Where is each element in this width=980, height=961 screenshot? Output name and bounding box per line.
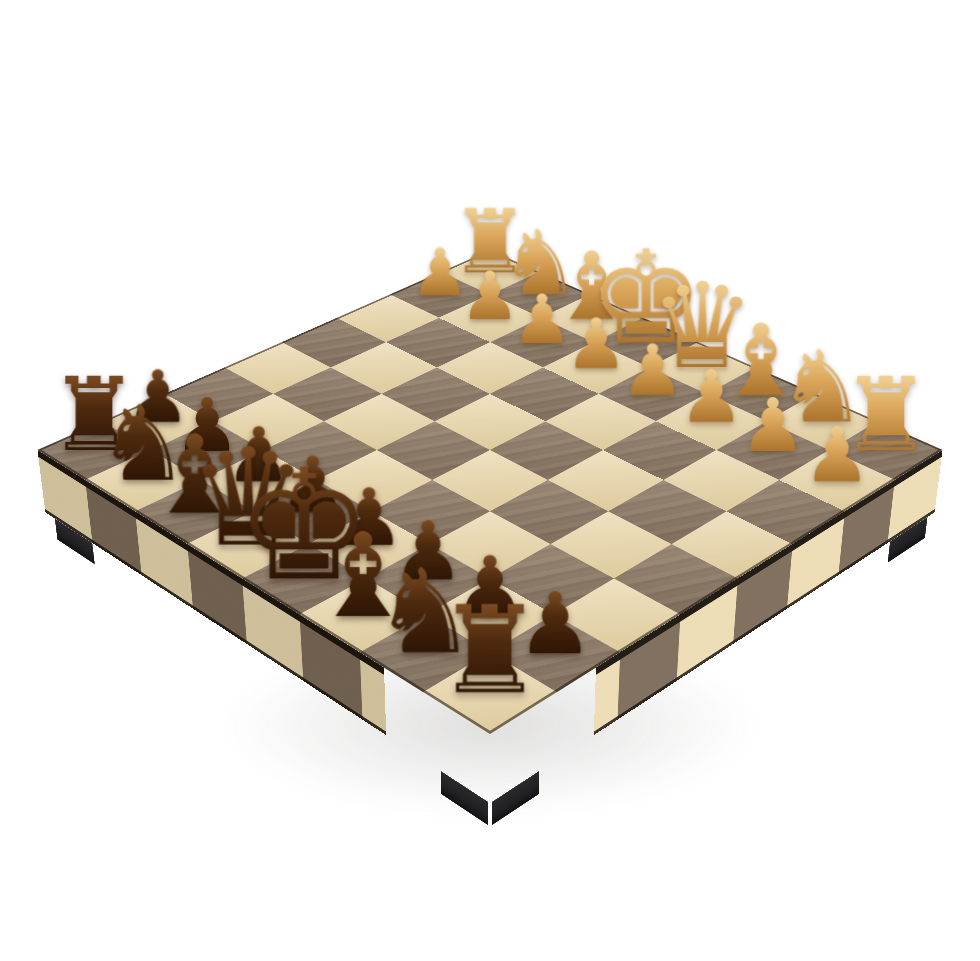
white-pawn-icon: ♟ [621, 334, 685, 405]
scene: ♜♞♝♚♛♝♞♜♟♟♟♟♟♟♟♟♟♟♟♟♟♟♟♟♜♞♝♛♚♝♞♜ [0, 0, 980, 961]
white-pawn-icon: ♟ [803, 416, 871, 492]
board-foot-left-corner [55, 518, 95, 564]
chess-board-box: ♜♞♝♚♛♝♞♜♟♟♟♟♟♟♟♟♟♟♟♟♟♟♟♟♜♞♝♛♚♝♞♜ [37, 250, 942, 734]
board-foot-right-corner [887, 517, 927, 563]
white-pawn-icon: ♟ [679, 360, 744, 432]
product-photo-stage: ♜♞♝♚♛♝♞♜♟♟♟♟♟♟♟♟♟♟♟♟♟♟♟♟♜♞♝♛♚♝♞♜ [0, 0, 980, 961]
white-pawn-icon: ♟ [565, 309, 627, 378]
black-rook-icon: ♜ [436, 591, 544, 711]
chess-board: ♜♞♝♚♛♝♞♜♟♟♟♟♟♟♟♟♟♟♟♟♟♟♟♟♜♞♝♛♚♝♞♜ [37, 250, 942, 734]
board-foot-near-corner [492, 771, 540, 826]
board-foot-near-corner [441, 771, 489, 826]
white-pawn-icon: ♟ [740, 388, 806, 462]
white-pawn-icon: ♟ [512, 285, 573, 353]
